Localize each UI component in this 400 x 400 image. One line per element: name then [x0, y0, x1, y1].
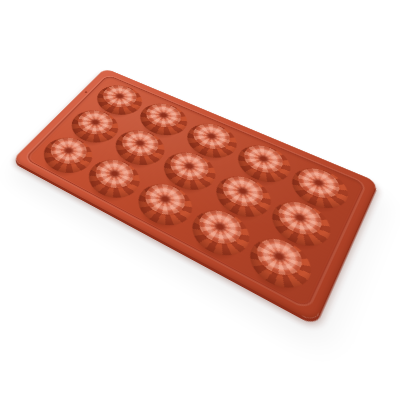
mold-tray	[12, 68, 378, 323]
product-photo	[0, 0, 400, 400]
